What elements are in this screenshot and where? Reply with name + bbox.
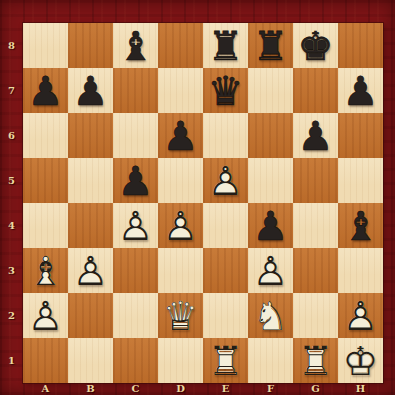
square-g4[interactable] <box>293 203 338 248</box>
piece-glyph-outline: ♖ <box>293 338 338 383</box>
piece-glyph-fill: ♝ <box>113 23 158 68</box>
square-h6[interactable] <box>338 113 383 158</box>
square-d1[interactable] <box>158 338 203 383</box>
white-bishop[interactable]: ♝♗ <box>23 248 68 293</box>
square-c3[interactable] <box>113 248 158 293</box>
white-pawn[interactable]: ♟♙ <box>158 203 203 248</box>
white-pawn[interactable]: ♟♙ <box>23 293 68 338</box>
black-pawn[interactable]: ♟ <box>158 113 203 158</box>
rank-label-1: 1 <box>0 338 23 383</box>
square-g2[interactable] <box>293 293 338 338</box>
white-pawn[interactable]: ♟♙ <box>338 293 383 338</box>
file-label-c: C <box>113 382 158 395</box>
black-pawn[interactable]: ♟ <box>338 68 383 113</box>
square-a7[interactable]: ♟ <box>23 68 68 113</box>
white-queen[interactable]: ♛♕ <box>158 293 203 338</box>
square-d3[interactable] <box>158 248 203 293</box>
white-rook[interactable]: ♜♖ <box>293 338 338 383</box>
piece-glyph-outline: ♙ <box>23 293 68 338</box>
piece-glyph-outline: ♙ <box>203 158 248 203</box>
square-b6[interactable] <box>68 113 113 158</box>
piece-glyph-outline: ♙ <box>248 248 293 293</box>
file-labels: ABCDEFGH <box>23 382 383 395</box>
piece-glyph-fill: ♟ <box>338 68 383 113</box>
square-d4[interactable]: ♟♙ <box>158 203 203 248</box>
square-c8[interactable]: ♝ <box>113 23 158 68</box>
white-pawn[interactable]: ♟♙ <box>113 203 158 248</box>
rank-label-5: 5 <box>0 158 23 203</box>
piece-glyph-outline: ♙ <box>338 293 383 338</box>
piece-glyph-outline: ♕ <box>158 293 203 338</box>
white-king[interactable]: ♚♔ <box>338 338 383 383</box>
file-label-g: G <box>293 382 338 395</box>
square-f7[interactable] <box>248 68 293 113</box>
piece-glyph-outline: ♙ <box>113 203 158 248</box>
square-a2[interactable]: ♟♙ <box>23 293 68 338</box>
square-c4[interactable]: ♟♙ <box>113 203 158 248</box>
white-pawn[interactable]: ♟♙ <box>68 248 113 293</box>
square-e8[interactable]: ♜ <box>203 23 248 68</box>
rank-label-8: 8 <box>0 23 23 68</box>
file-label-b: B <box>68 382 113 395</box>
square-a1[interactable] <box>23 338 68 383</box>
square-e4[interactable] <box>203 203 248 248</box>
square-d5[interactable] <box>158 158 203 203</box>
square-c1[interactable] <box>113 338 158 383</box>
square-g1[interactable]: ♜♖ <box>293 338 338 383</box>
black-pawn[interactable]: ♟ <box>23 68 68 113</box>
black-pawn[interactable]: ♟ <box>68 68 113 113</box>
square-h1[interactable]: ♚♔ <box>338 338 383 383</box>
square-e7[interactable]: ♛ <box>203 68 248 113</box>
piece-glyph-fill: ♜ <box>248 23 293 68</box>
square-d6[interactable]: ♟ <box>158 113 203 158</box>
black-bishop[interactable]: ♝ <box>338 203 383 248</box>
square-a3[interactable]: ♝♗ <box>23 248 68 293</box>
piece-glyph-outline: ♘ <box>248 293 293 338</box>
piece-glyph-fill: ♟ <box>68 68 113 113</box>
file-label-h: H <box>338 382 383 395</box>
file-label-e: E <box>203 382 248 395</box>
square-d8[interactable] <box>158 23 203 68</box>
square-c6[interactable] <box>113 113 158 158</box>
square-g7[interactable] <box>293 68 338 113</box>
black-pawn[interactable]: ♟ <box>293 113 338 158</box>
square-g5[interactable] <box>293 158 338 203</box>
square-b5[interactable] <box>68 158 113 203</box>
white-rook[interactable]: ♜♖ <box>203 338 248 383</box>
square-d2[interactable]: ♛♕ <box>158 293 203 338</box>
square-f4[interactable]: ♟ <box>248 203 293 248</box>
piece-glyph-fill: ♟ <box>293 113 338 158</box>
rank-label-7: 7 <box>0 68 23 113</box>
chess-board-frame: ♝♜♜♚♟♟♛♟♟♟♟♟♙♟♙♟♙♟♝♝♗♟♙♟♙♟♙♛♕♞♘♟♙♜♖♜♖♚♔ … <box>0 0 395 395</box>
white-knight[interactable]: ♞♘ <box>248 293 293 338</box>
square-b1[interactable] <box>68 338 113 383</box>
piece-glyph-fill: ♟ <box>113 158 158 203</box>
square-f5[interactable] <box>248 158 293 203</box>
square-f6[interactable] <box>248 113 293 158</box>
square-c5[interactable]: ♟ <box>113 158 158 203</box>
black-rook[interactable]: ♜ <box>248 23 293 68</box>
square-d7[interactable] <box>158 68 203 113</box>
piece-glyph-fill: ♟ <box>248 203 293 248</box>
square-e5[interactable]: ♟♙ <box>203 158 248 203</box>
rank-label-6: 6 <box>0 113 23 158</box>
square-f1[interactable] <box>248 338 293 383</box>
square-f2[interactable]: ♞♘ <box>248 293 293 338</box>
square-a8[interactable] <box>23 23 68 68</box>
white-pawn[interactable]: ♟♙ <box>248 248 293 293</box>
square-g8[interactable]: ♚ <box>293 23 338 68</box>
rank-label-4: 4 <box>0 203 23 248</box>
piece-glyph-fill: ♝ <box>338 203 383 248</box>
black-king[interactable]: ♚ <box>293 23 338 68</box>
chess-board: ♝♜♜♚♟♟♛♟♟♟♟♟♙♟♙♟♙♟♝♝♗♟♙♟♙♟♙♛♕♞♘♟♙♜♖♜♖♚♔ <box>23 23 383 383</box>
piece-glyph-outline: ♔ <box>338 338 383 383</box>
piece-glyph-fill: ♛ <box>203 68 248 113</box>
black-bishop[interactable]: ♝ <box>113 23 158 68</box>
file-label-a: A <box>23 382 68 395</box>
square-h4[interactable]: ♝ <box>338 203 383 248</box>
square-g6[interactable]: ♟ <box>293 113 338 158</box>
square-h7[interactable]: ♟ <box>338 68 383 113</box>
square-h2[interactable]: ♟♙ <box>338 293 383 338</box>
piece-glyph-fill: ♚ <box>293 23 338 68</box>
piece-glyph-fill: ♟ <box>158 113 203 158</box>
black-pawn[interactable]: ♟ <box>113 158 158 203</box>
square-c2[interactable] <box>113 293 158 338</box>
square-e1[interactable]: ♜♖ <box>203 338 248 383</box>
square-b8[interactable] <box>68 23 113 68</box>
white-pawn[interactable]: ♟♙ <box>203 158 248 203</box>
square-b3[interactable]: ♟♙ <box>68 248 113 293</box>
black-pawn[interactable]: ♟ <box>248 203 293 248</box>
square-b4[interactable] <box>68 203 113 248</box>
square-e3[interactable] <box>203 248 248 293</box>
piece-glyph-outline: ♗ <box>23 248 68 293</box>
black-rook[interactable]: ♜ <box>203 23 248 68</box>
square-b7[interactable]: ♟ <box>68 68 113 113</box>
square-h8[interactable] <box>338 23 383 68</box>
file-label-f: F <box>248 382 293 395</box>
square-e2[interactable] <box>203 293 248 338</box>
square-b2[interactable] <box>68 293 113 338</box>
square-f8[interactable]: ♜ <box>248 23 293 68</box>
square-f3[interactable]: ♟♙ <box>248 248 293 293</box>
rank-labels: 87654321 <box>0 23 23 383</box>
piece-glyph-fill: ♟ <box>23 68 68 113</box>
piece-glyph-outline: ♙ <box>158 203 203 248</box>
square-g3[interactable] <box>293 248 338 293</box>
square-h3[interactable] <box>338 248 383 293</box>
square-a4[interactable] <box>23 203 68 248</box>
black-queen[interactable]: ♛ <box>203 68 248 113</box>
rank-label-2: 2 <box>0 293 23 338</box>
square-h5[interactable] <box>338 158 383 203</box>
piece-glyph-fill: ♜ <box>203 23 248 68</box>
file-label-d: D <box>158 382 203 395</box>
square-a6[interactable] <box>23 113 68 158</box>
square-c7[interactable] <box>113 68 158 113</box>
rank-label-3: 3 <box>0 248 23 293</box>
piece-glyph-outline: ♖ <box>203 338 248 383</box>
piece-glyph-outline: ♙ <box>68 248 113 293</box>
square-e6[interactable] <box>203 113 248 158</box>
square-a5[interactable] <box>23 158 68 203</box>
